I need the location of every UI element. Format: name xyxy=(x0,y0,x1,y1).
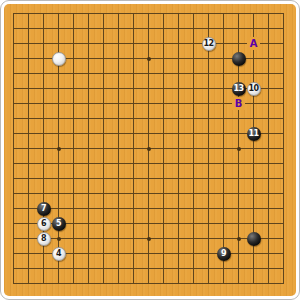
star-point xyxy=(57,237,61,241)
go-board: 45678910111213AB xyxy=(4,4,296,296)
stone-black-5[interactable]: 5 xyxy=(52,217,66,231)
grid-line xyxy=(178,13,179,284)
grid-line xyxy=(13,163,284,164)
stone-white-8[interactable]: 8 xyxy=(37,232,51,246)
stone-number: 5 xyxy=(56,220,61,228)
stone-white[interactable] xyxy=(52,52,66,66)
stone-white-4[interactable]: 4 xyxy=(52,247,66,261)
grid-line xyxy=(13,193,284,194)
grid-line xyxy=(268,13,269,284)
stone-number: 9 xyxy=(221,250,226,258)
stone-black[interactable] xyxy=(232,52,246,66)
stone-number: 6 xyxy=(41,220,46,228)
stone-number: 10 xyxy=(248,85,258,93)
grid-line xyxy=(208,13,209,284)
stone-black-9[interactable]: 9 xyxy=(217,247,231,261)
stone-number: 8 xyxy=(41,235,46,243)
star-point xyxy=(237,147,241,151)
star-point xyxy=(237,237,241,241)
stone-black[interactable] xyxy=(247,232,261,246)
grid-line xyxy=(13,178,284,179)
stone-black-7[interactable]: 7 xyxy=(37,202,51,216)
grid-line xyxy=(13,208,284,209)
stone-number: 7 xyxy=(41,205,46,213)
grid-line xyxy=(13,283,284,284)
stone-white-12[interactable]: 12 xyxy=(202,37,216,51)
stone-number: 13 xyxy=(233,85,243,93)
stone-number: 4 xyxy=(56,250,61,258)
diagram-frame: 45678910111213AB xyxy=(0,0,300,300)
stone-white-10[interactable]: 10 xyxy=(247,82,261,96)
stone-number: 12 xyxy=(203,40,213,48)
star-point xyxy=(147,147,151,151)
stone-white-6[interactable]: 6 xyxy=(37,217,51,231)
grid-line xyxy=(163,13,164,284)
grid-line xyxy=(13,268,284,269)
star-point xyxy=(147,57,151,61)
grid-line xyxy=(283,13,284,284)
star-point xyxy=(147,237,151,241)
point-label-a[interactable]: A xyxy=(247,37,260,50)
stone-number: 11 xyxy=(248,130,258,138)
stone-black-11[interactable]: 11 xyxy=(247,127,261,141)
point-label-b[interactable]: B xyxy=(232,97,245,110)
board-grid: 45678910111213AB xyxy=(6,6,291,291)
grid-line xyxy=(193,13,194,284)
star-point xyxy=(57,147,61,151)
stone-black-13[interactable]: 13 xyxy=(232,82,246,96)
grid-line xyxy=(223,13,224,284)
